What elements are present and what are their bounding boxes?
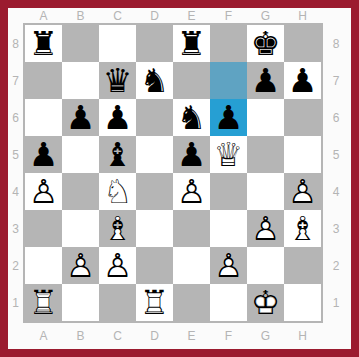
board-page: ABCDEFGH ABCDEFGH 87654321 87654321 ♜♜♚♛… bbox=[8, 8, 351, 349]
square-b6[interactable]: ♟ bbox=[62, 99, 99, 136]
file-label-d: D bbox=[136, 325, 173, 347]
square-a4[interactable]: ♟♙ bbox=[25, 173, 62, 210]
square-c2[interactable]: ♟♙ bbox=[99, 247, 136, 284]
piece-black-knight[interactable]: ♞ bbox=[136, 62, 173, 99]
pawn-glyph-outline: ♙ bbox=[173, 173, 210, 210]
piece-white-pawn[interactable]: ♟♙ bbox=[210, 247, 247, 284]
square-b8[interactable] bbox=[62, 25, 99, 62]
file-labels-top: ABCDEFGH bbox=[25, 8, 321, 23]
piece-white-rook[interactable]: ♜♖ bbox=[136, 284, 173, 321]
bishop-glyph-outline: ♗ bbox=[284, 210, 321, 247]
piece-black-pawn[interactable]: ♟ bbox=[284, 62, 321, 99]
square-d6[interactable] bbox=[136, 99, 173, 136]
square-h2[interactable] bbox=[284, 247, 321, 284]
piece-black-pawn[interactable]: ♟ bbox=[210, 99, 247, 136]
piece-black-pawn[interactable]: ♟ bbox=[25, 136, 62, 173]
rank-label-8: 8 bbox=[325, 25, 347, 62]
rank-label-4: 4 bbox=[325, 173, 347, 210]
pawn-glyph-outline: ♙ bbox=[247, 210, 284, 247]
square-e8[interactable]: ♜ bbox=[173, 25, 210, 62]
file-label-e: E bbox=[173, 8, 210, 23]
file-label-b: B bbox=[62, 8, 99, 23]
square-e1[interactable] bbox=[173, 284, 210, 321]
square-e7[interactable] bbox=[173, 62, 210, 99]
square-e3[interactable] bbox=[173, 210, 210, 247]
pawn-glyph-outline: ♙ bbox=[62, 247, 99, 284]
rank-label-6: 6 bbox=[8, 99, 23, 136]
square-b4[interactable] bbox=[62, 173, 99, 210]
square-a2[interactable] bbox=[25, 247, 62, 284]
king-glyph-outline: ♔ bbox=[247, 284, 284, 321]
square-h1[interactable] bbox=[284, 284, 321, 321]
file-label-h: H bbox=[284, 325, 321, 347]
bishop-glyph-outline: ♗ bbox=[99, 210, 136, 247]
square-d7[interactable]: ♞ bbox=[136, 62, 173, 99]
square-g5[interactable] bbox=[247, 136, 284, 173]
rank-label-2: 2 bbox=[8, 247, 23, 284]
pawn-glyph-outline: ♙ bbox=[284, 173, 321, 210]
rank-label-1: 1 bbox=[8, 284, 23, 321]
rank-label-7: 7 bbox=[8, 62, 23, 99]
file-label-f: F bbox=[210, 8, 247, 23]
rank-label-4: 4 bbox=[8, 173, 23, 210]
piece-white-pawn[interactable]: ♟♙ bbox=[25, 173, 62, 210]
square-d3[interactable] bbox=[136, 210, 173, 247]
square-b3[interactable] bbox=[62, 210, 99, 247]
square-b5[interactable] bbox=[62, 136, 99, 173]
square-f6[interactable]: ♟ bbox=[210, 99, 247, 136]
square-a8[interactable]: ♜ bbox=[25, 25, 62, 62]
square-f7[interactable] bbox=[210, 62, 247, 99]
piece-black-pawn[interactable]: ♟ bbox=[247, 62, 284, 99]
rank-labels-right: 87654321 bbox=[325, 25, 347, 321]
piece-black-pawn[interactable]: ♟ bbox=[173, 136, 210, 173]
square-c1[interactable] bbox=[99, 284, 136, 321]
piece-black-rook[interactable]: ♜ bbox=[25, 25, 62, 62]
rook-glyph-outline: ♖ bbox=[25, 284, 62, 321]
pawn-glyph-outline: ♙ bbox=[99, 247, 136, 284]
square-d5[interactable] bbox=[136, 136, 173, 173]
queen-glyph-outline: ♕ bbox=[210, 136, 247, 173]
square-h5[interactable] bbox=[284, 136, 321, 173]
square-a3[interactable] bbox=[25, 210, 62, 247]
piece-white-pawn[interactable]: ♟♙ bbox=[173, 173, 210, 210]
piece-white-knight[interactable]: ♞♘ bbox=[99, 173, 136, 210]
square-e2[interactable] bbox=[173, 247, 210, 284]
square-h3[interactable]: ♝♗ bbox=[284, 210, 321, 247]
piece-black-bishop[interactable]: ♝ bbox=[99, 136, 136, 173]
rank-label-1: 1 bbox=[325, 284, 347, 321]
file-label-a: A bbox=[25, 325, 62, 347]
file-label-g: G bbox=[247, 325, 284, 347]
square-e4[interactable]: ♟♙ bbox=[173, 173, 210, 210]
chess-board: ♜♜♚♛♞♟♟♟♟♞♟♟♝♟♛♕♟♙♞♘♟♙♟♙♝♗♟♙♝♗♟♙♟♙♟♙♜♖♜♖… bbox=[23, 23, 323, 323]
square-b2[interactable]: ♟♙ bbox=[62, 247, 99, 284]
square-g7[interactable]: ♟ bbox=[247, 62, 284, 99]
square-e5[interactable]: ♟ bbox=[173, 136, 210, 173]
square-f5[interactable]: ♛♕ bbox=[210, 136, 247, 173]
piece-white-bishop[interactable]: ♝♗ bbox=[284, 210, 321, 247]
rook-glyph-outline: ♖ bbox=[136, 284, 173, 321]
piece-black-pawn[interactable]: ♟ bbox=[62, 99, 99, 136]
square-d1[interactable]: ♜♖ bbox=[136, 284, 173, 321]
square-d2[interactable] bbox=[136, 247, 173, 284]
piece-white-king[interactable]: ♚♔ bbox=[247, 284, 284, 321]
square-d4[interactable] bbox=[136, 173, 173, 210]
square-b1[interactable] bbox=[62, 284, 99, 321]
square-c4[interactable]: ♞♘ bbox=[99, 173, 136, 210]
square-a7[interactable] bbox=[25, 62, 62, 99]
file-label-g: G bbox=[247, 8, 284, 23]
rank-label-7: 7 bbox=[325, 62, 347, 99]
square-c3[interactable]: ♝♗ bbox=[99, 210, 136, 247]
pawn-glyph-outline: ♙ bbox=[25, 173, 62, 210]
square-h6[interactable] bbox=[284, 99, 321, 136]
square-g1[interactable]: ♚♔ bbox=[247, 284, 284, 321]
rank-label-6: 6 bbox=[325, 99, 347, 136]
piece-white-pawn[interactable]: ♟♙ bbox=[62, 247, 99, 284]
rank-label-2: 2 bbox=[325, 247, 347, 284]
square-f4[interactable] bbox=[210, 173, 247, 210]
piece-black-rook[interactable]: ♜ bbox=[173, 25, 210, 62]
square-g4[interactable] bbox=[247, 173, 284, 210]
knight-glyph-outline: ♘ bbox=[99, 173, 136, 210]
file-label-h: H bbox=[284, 8, 321, 23]
square-c8[interactable] bbox=[99, 25, 136, 62]
piece-black-pawn[interactable]: ♟ bbox=[99, 99, 136, 136]
square-c6[interactable]: ♟ bbox=[99, 99, 136, 136]
square-a1[interactable]: ♜♖ bbox=[25, 284, 62, 321]
square-c5[interactable]: ♝ bbox=[99, 136, 136, 173]
file-label-c: C bbox=[99, 8, 136, 23]
square-g2[interactable] bbox=[247, 247, 284, 284]
rank-label-3: 3 bbox=[325, 210, 347, 247]
file-label-c: C bbox=[99, 325, 136, 347]
piece-white-pawn[interactable]: ♟♙ bbox=[247, 210, 284, 247]
square-a6[interactable] bbox=[25, 99, 62, 136]
rank-label-5: 5 bbox=[325, 136, 347, 173]
square-b7[interactable] bbox=[62, 62, 99, 99]
pawn-glyph-outline: ♙ bbox=[210, 247, 247, 284]
file-label-b: B bbox=[62, 325, 99, 347]
file-labels-bottom: ABCDEFGH bbox=[25, 325, 321, 347]
rank-label-5: 5 bbox=[8, 136, 23, 173]
piece-white-queen[interactable]: ♛♕ bbox=[210, 136, 247, 173]
square-f3[interactable] bbox=[210, 210, 247, 247]
square-a5[interactable]: ♟ bbox=[25, 136, 62, 173]
square-h8[interactable] bbox=[284, 25, 321, 62]
square-d8[interactable] bbox=[136, 25, 173, 62]
square-h4[interactable]: ♟♙ bbox=[284, 173, 321, 210]
square-h7[interactable]: ♟ bbox=[284, 62, 321, 99]
window-frame: ABCDEFGH ABCDEFGH 87654321 87654321 ♜♜♚♛… bbox=[0, 0, 359, 357]
square-f2[interactable]: ♟♙ bbox=[210, 247, 247, 284]
square-f1[interactable] bbox=[210, 284, 247, 321]
piece-black-king[interactable]: ♚ bbox=[247, 25, 284, 62]
rank-label-8: 8 bbox=[8, 25, 23, 62]
square-f8[interactable] bbox=[210, 25, 247, 62]
file-label-e: E bbox=[173, 325, 210, 347]
square-c7[interactable]: ♛ bbox=[99, 62, 136, 99]
file-label-d: D bbox=[136, 8, 173, 23]
square-g8[interactable]: ♚ bbox=[247, 25, 284, 62]
file-label-a: A bbox=[25, 8, 62, 23]
square-e6[interactable]: ♞ bbox=[173, 99, 210, 136]
square-g3[interactable]: ♟♙ bbox=[247, 210, 284, 247]
file-label-f: F bbox=[210, 325, 247, 347]
piece-white-pawn[interactable]: ♟♙ bbox=[284, 173, 321, 210]
piece-black-queen[interactable]: ♛ bbox=[99, 62, 136, 99]
rank-labels-left: 87654321 bbox=[8, 25, 23, 321]
square-g6[interactable] bbox=[247, 99, 284, 136]
piece-white-bishop[interactable]: ♝♗ bbox=[99, 210, 136, 247]
piece-white-rook[interactable]: ♜♖ bbox=[25, 284, 62, 321]
rank-label-3: 3 bbox=[8, 210, 23, 247]
piece-black-knight[interactable]: ♞ bbox=[173, 99, 210, 136]
piece-white-pawn[interactable]: ♟♙ bbox=[99, 247, 136, 284]
